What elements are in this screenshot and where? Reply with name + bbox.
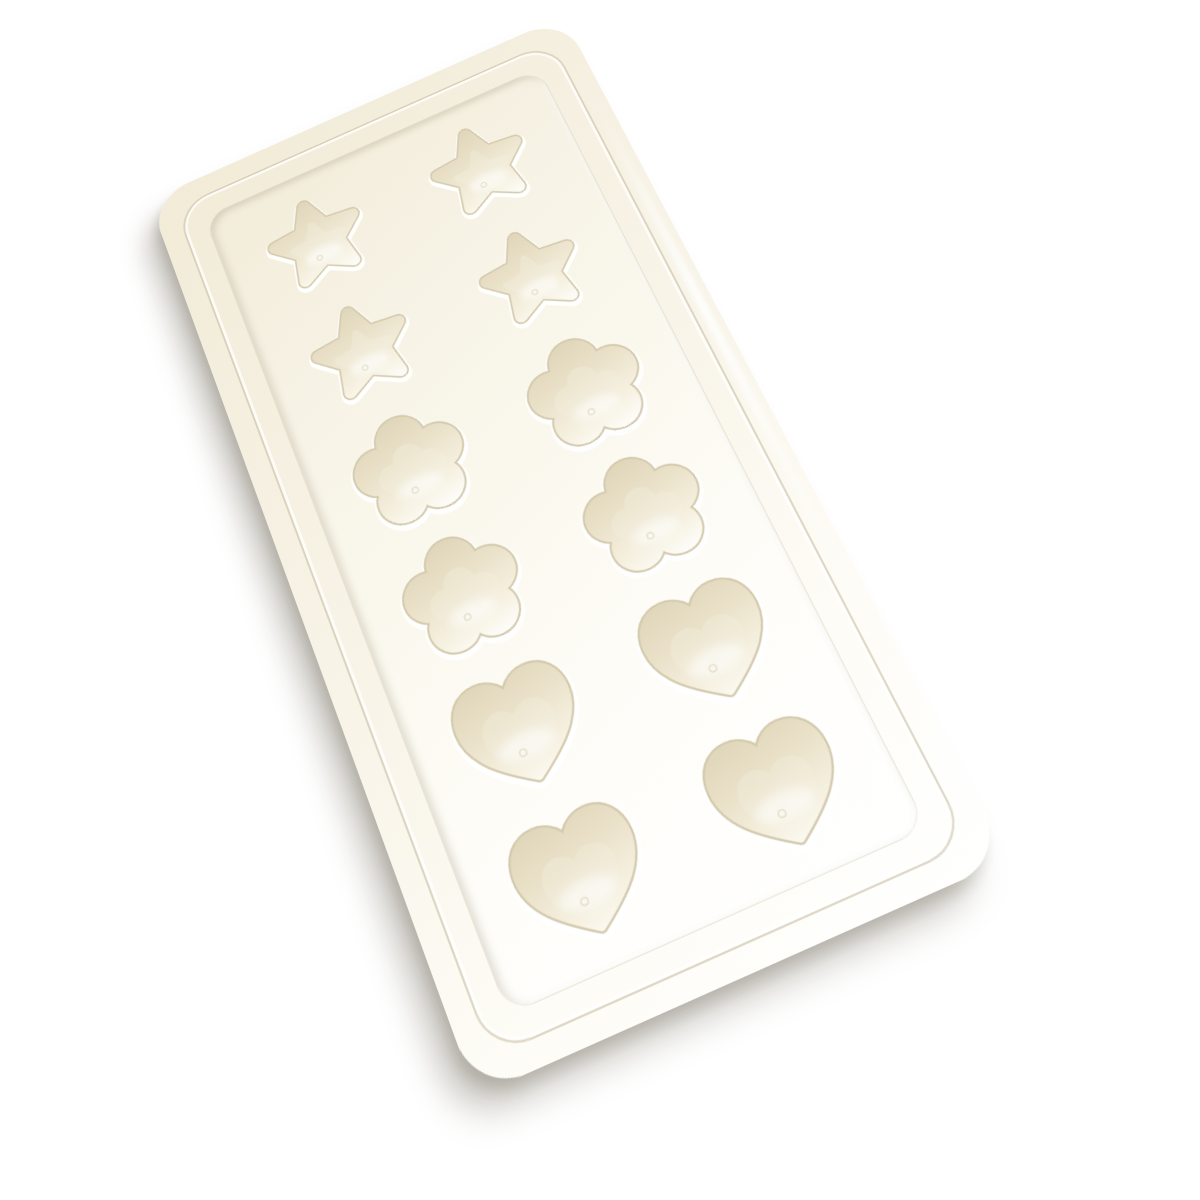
mold-cell-r1c1 — [249, 175, 387, 308]
mold-cell-r1c2 — [410, 103, 553, 234]
scene — [0, 0, 1200, 1200]
ice-cube-tray — [149, 16, 1009, 1096]
star-mold — [249, 175, 387, 308]
star-mold — [410, 103, 553, 234]
photo-background — [0, 0, 1200, 1200]
